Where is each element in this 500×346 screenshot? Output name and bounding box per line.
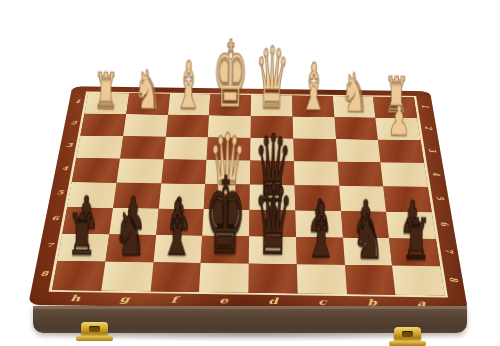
square-c6: ♟ [295,210,342,237]
white-bishop-f1: ♝ [174,58,203,114]
white-pawn-a2: ♟ [388,104,411,139]
latch-slot-icon [402,331,413,337]
square-a8 [392,266,444,296]
square-h7: ♜ [57,233,109,261]
square-h2 [80,114,126,136]
square-c8 [297,264,347,294]
black-knight-b7: ♞ [352,211,385,264]
square-b3 [336,139,381,163]
square-b2 [334,117,378,140]
coordinate-label: 6 [437,220,450,229]
coordinate-label: 5 [433,194,446,202]
black-knight-g7: ♞ [113,207,146,260]
square-e2 [208,115,251,137]
square-e7: ♚ [201,235,249,263]
square-f5 [158,183,205,209]
square-d6: ♟ [249,210,296,237]
black-rook-a7: ♜ [401,216,431,265]
black-queen-d5: ♛ [253,130,292,209]
square-g1: ♞ [126,93,170,114]
coordinate-label: 7 [441,246,455,255]
coordinate-label: 4 [57,165,72,171]
square-g2 [123,114,168,136]
rank-labels-right: 12345678 [416,96,463,294]
coordinate-label: 2 [422,124,434,131]
square-g6: ♟ [109,208,158,235]
square-d5: ♛ [249,185,295,211]
square-b7: ♞ [343,237,393,265]
square-h4 [72,158,120,183]
product-photo-scene: hgfedcba 12345678 12345678 ♜♞♝♚♛♝♞♜♟♛♛♟♟… [0,0,500,346]
square-b5 [339,186,386,212]
brass-latch-right [394,327,421,342]
black-pawn-d6: ♟ [260,196,286,235]
coordinate-label: g [99,294,150,304]
square-h5 [67,182,116,208]
square-a5 [383,186,431,212]
square-f6: ♟ [156,208,204,235]
square-c2 [292,116,335,138]
board-inlay: ♜♞♝♚♛♝♞♜♟♛♛♟♟♟♟♟♟♟♟♜♞♝♚♛♝♞♜ [49,91,448,297]
black-bishop-f7: ♝ [161,197,195,261]
square-c5 [294,185,340,211]
coordinate-label: d [248,296,298,306]
coordinate-label: 1 [418,103,430,110]
coordinate-label: 3 [62,142,77,148]
latch-slot-icon [89,326,100,332]
square-b1: ♞ [332,96,375,118]
white-knight-g1: ♞ [133,67,162,113]
square-h3 [76,135,123,158]
coordinate-label: 8 [446,274,460,284]
white-queen-e5: ♛ [208,129,247,208]
square-d4 [250,161,295,186]
square-c1: ♝ [292,96,334,118]
square-g7: ♞ [105,234,156,262]
square-a4 [381,162,428,187]
square-c7: ♝ [296,237,345,265]
square-h1: ♜ [84,93,129,114]
coordinate-label: 1 [70,99,84,105]
black-pawn-c6: ♟ [306,197,332,236]
square-b4 [337,162,383,187]
black-pawn-b6: ♟ [353,198,379,237]
black-queen-d7: ♛ [253,179,294,262]
white-rook-h1: ♜ [93,70,119,113]
square-g4 [116,159,163,184]
square-f3 [163,137,208,160]
brass-latch-left [81,322,108,337]
square-b6: ♟ [341,211,390,238]
black-pawn-h6: ♟ [73,194,99,233]
square-g3 [120,136,166,159]
square-f2 [165,115,209,137]
square-b8 [344,265,395,295]
square-g5 [113,183,161,209]
coordinate-label: 2 [66,120,81,126]
square-f1: ♝ [168,94,211,116]
square-g8 [101,262,153,292]
white-rook-a1: ♜ [383,74,409,117]
square-a7: ♜ [389,238,440,266]
square-h8 [52,261,105,291]
white-knight-b1: ♞ [340,70,369,116]
square-e8 [199,263,249,293]
square-e6: ♟ [202,209,249,236]
coordinate-label: 5 [52,189,68,196]
coordinate-label: f [149,294,199,304]
chess-board: hgfedcba 12345678 12345678 ♜♞♝♚♛♝♞♜♟♛♛♟♟… [28,86,468,311]
square-f7: ♝ [153,235,202,263]
square-d2 [250,116,293,138]
coordinate-label: 7 [41,242,58,249]
square-e1: ♚ [209,94,251,116]
black-rook-h7: ♜ [67,211,97,260]
black-bishop-c7: ♝ [304,199,338,263]
square-d1: ♛ [251,95,293,117]
rank-labels-left: 12345678 [34,91,87,288]
white-queen-d1: ♛ [254,43,289,115]
square-a1: ♜ [373,97,417,119]
square-d7: ♛ [249,236,297,264]
black-pawn-f6: ♟ [167,195,193,234]
square-a2: ♟ [376,118,421,141]
square-e3 [207,137,251,160]
square-d8 [248,264,297,294]
square-a3 [378,140,424,164]
square-f8 [150,262,201,292]
square-a6: ♟ [386,212,436,239]
square-c3 [293,138,337,162]
square-d3 [250,138,293,161]
white-bishop-c1: ♝ [299,60,328,116]
square-h6: ♟ [62,207,112,234]
square-e5: ♛ [204,184,250,210]
coordinate-label: 6 [47,215,63,222]
white-king-e1: ♚ [212,36,249,115]
board-tilt-wrapper: hgfedcba 12345678 12345678 ♜♞♝♚♛♝♞♜♟♛♛♟♟… [0,0,500,346]
black-king-e7: ♚ [204,171,247,262]
coordinate-label: 8 [36,270,53,278]
black-pawn-g6: ♟ [120,194,146,233]
black-pawn-e6: ♟ [213,196,239,235]
coordinate-label: 3 [425,146,437,154]
coordinate-label: h [50,293,101,303]
square-c4 [294,161,339,186]
coordinate-label: 4 [429,170,442,178]
square-e4 [205,160,250,185]
coordinate-label: e [199,295,249,305]
square-f4 [161,159,207,184]
black-pawn-a6: ♟ [400,198,426,237]
board-squares: ♜♞♝♚♛♝♞♜♟♛♛♟♟♟♟♟♟♟♟♜♞♝♚♛♝♞♜ [52,93,445,296]
